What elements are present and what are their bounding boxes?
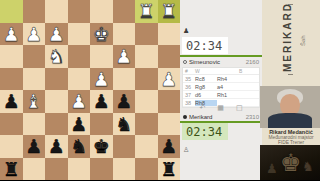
game-panel: ♟ 02:34 Simeunovic 2160 #WB35Rc8Rh436Rg8… [180,0,262,180]
black-pawn: ♟ [70,113,87,135]
photo-pawn-silhouette: ♟ [266,161,278,176]
photo-king-silhouette: ♚ [280,149,302,177]
square-a6[interactable] [0,45,23,68]
square-g2[interactable] [135,135,158,158]
white-bishop: ♝ [25,90,42,112]
white-knight: ♞ [48,45,65,67]
square-d2[interactable]: ♞ [68,135,91,158]
top-player-rating: 2160 [246,59,259,65]
bottom-player-rating: 2310 [246,114,259,120]
square-e7[interactable]: ♚ [90,23,113,46]
black-knight: ♞ [70,135,87,157]
square-g7[interactable] [135,23,158,46]
square-a5[interactable] [0,68,23,91]
black-rook: ♜ [160,158,177,180]
square-c4[interactable] [45,90,68,113]
square-e5[interactable]: ♟ [90,68,113,91]
top-player-color-icon: ♟ [183,27,189,35]
top-player-clock: 02:34 [182,37,228,54]
square-h6[interactable] [158,45,181,68]
bottom-player-row[interactable]: Merikard 2310 [183,113,259,121]
square-g3[interactable] [135,113,158,136]
move-number: 36 [183,84,195,90]
square-f7[interactable] [113,23,136,46]
square-e1[interactable] [90,158,113,181]
black-rook: ♜ [3,158,20,180]
white-pawn: ♟ [115,45,132,67]
square-c2[interactable]: ♟ [45,135,68,158]
black-pawn: ♟ [3,90,20,112]
white-rook: ♜ [160,0,177,22]
square-e4[interactable]: ♟ [90,90,113,113]
square-b5[interactable] [23,68,46,91]
chess-pieces-photo: ♟ ♚ ♞ [260,145,320,180]
square-f8[interactable] [113,0,136,23]
move-cell[interactable]: d6 [195,92,217,98]
bottom-player-color-icon: ♙ [183,146,189,154]
photo-knight-silhouette: ♞ [302,159,314,174]
bottom-player-clock: 02:34 [182,123,228,140]
stream-thumbnail: ♜♜♟♟♟♚♞♟♟♟♟♝♟♟♟♟♞♟♟♞♚♟♜♜ ♟ 02:34 Simeuno… [0,0,320,180]
square-g4[interactable] [135,90,158,113]
square-a2[interactable] [0,135,23,158]
streamer-webcam-photo [260,86,320,128]
top-player-name[interactable]: Simeunovic [189,59,244,65]
move-cell[interactable]: a4 [217,84,239,90]
black-pawn: ♟ [25,135,42,157]
square-b4[interactable]: ♝ [23,90,46,113]
square-a3[interactable] [0,113,23,136]
square-g5[interactable] [135,68,158,91]
white-king: ♚ [93,23,110,45]
move-row: 37d6Rh1 [183,91,259,99]
square-g1[interactable] [135,158,158,181]
square-g6[interactable] [135,45,158,68]
white-pawn: ♟ [70,90,87,112]
square-h8[interactable]: ♜ [158,0,181,23]
brand-title: MERIKARD [282,6,298,72]
square-g8[interactable]: ♜ [135,0,158,23]
top-player-row[interactable]: Simeunovic 2160 [183,58,259,66]
white-side-dot [183,60,187,64]
square-c8[interactable] [45,0,68,23]
white-rook: ♜ [138,0,155,22]
chess-board: ♜♜♟♟♟♚♞♟♟♟♟♝♟♟♟♟♞♟♟♞♚♟♜♜ [0,0,180,180]
white-pawn: ♟ [93,68,110,90]
square-c3[interactable] [45,113,68,136]
brand-subtitle: Šah [300,26,310,56]
decorative-dash-bottom [288,74,293,75]
move-cell[interactable]: Rc8 [195,76,217,82]
square-e8[interactable] [90,0,113,23]
square-b1[interactable] [23,158,46,181]
black-knight: ♞ [115,113,132,135]
bottom-player-name[interactable]: Merikard [189,114,244,120]
streamer-branding-column: MERIKARD Šah Rikard Medančić Međunarodni… [262,0,320,180]
move-cell[interactable]: Rg8 [195,84,217,90]
move-row: 35Rc8Rh4 [183,75,259,83]
square-h7[interactable] [158,23,181,46]
black-pawn: ♟ [115,90,132,112]
square-h1[interactable]: ♜ [158,158,181,181]
square-e2[interactable]: ♚ [90,135,113,158]
square-d1[interactable] [68,158,91,181]
square-a1[interactable]: ♜ [0,158,23,181]
white-pawn: ♟ [3,23,20,45]
square-c7[interactable]: ♟ [45,23,68,46]
square-f6[interactable]: ♟ [113,45,136,68]
square-b8[interactable] [23,0,46,23]
square-c6[interactable]: ♞ [45,45,68,68]
square-b6[interactable] [23,45,46,68]
clock-progress-bar-top [180,55,262,57]
square-b3[interactable] [23,113,46,136]
move-row: 36Rg8a4 [183,83,259,91]
black-pawn: ♟ [93,90,110,112]
white-pawn: ♟ [160,68,177,90]
square-h3[interactable] [158,113,181,136]
square-h4[interactable] [158,90,181,113]
black-side-dot [183,115,187,119]
move-number: 35 [183,76,195,82]
undo-arrow-icon[interactable]: ↶ [199,104,205,112]
square-e6[interactable] [90,45,113,68]
square-f5[interactable] [113,68,136,91]
black-pawn: ♟ [48,135,65,157]
square-d3[interactable]: ♟ [68,113,91,136]
move-nav-bar[interactable]: ↶▦□ [182,103,260,112]
square-f1[interactable] [113,158,136,181]
square-a4[interactable]: ♟ [0,90,23,113]
square-b7[interactable]: ♟ [23,23,46,46]
square-d6[interactable] [68,45,91,68]
square-f2[interactable] [113,135,136,158]
white-pawn: ♟ [48,23,65,45]
square-a7[interactable]: ♟ [0,23,23,46]
square-e3[interactable] [90,113,113,136]
black-king: ♚ [93,135,110,157]
move-list-header: #WB [183,68,259,75]
analysis-board-icon[interactable]: ▦ [217,104,224,112]
square-f4[interactable]: ♟ [113,90,136,113]
square-h2[interactable]: ♟ [158,135,181,158]
square-d8[interactable] [68,0,91,23]
expand-icon[interactable]: □ [236,104,243,112]
square-c1[interactable] [45,158,68,181]
square-d4[interactable]: ♟ [68,90,91,113]
square-a8[interactable] [0,0,23,23]
square-b2[interactable]: ♟ [23,135,46,158]
move-cell[interactable]: Rh4 [217,76,239,82]
move-list[interactable]: #WB35Rc8Rh436Rg8a437d6Rh138Rh8 [182,67,260,108]
white-pawn: ♟ [25,23,42,45]
streamer-shirt [268,113,312,128]
square-f3[interactable]: ♞ [113,113,136,136]
square-d5[interactable] [68,68,91,91]
move-cell[interactable]: Rh1 [217,92,239,98]
square-h5[interactable]: ♟ [158,68,181,91]
move-number: 37 [183,92,195,98]
square-c5[interactable] [45,68,68,91]
square-d7[interactable] [68,23,91,46]
black-pawn: ♟ [160,135,177,157]
